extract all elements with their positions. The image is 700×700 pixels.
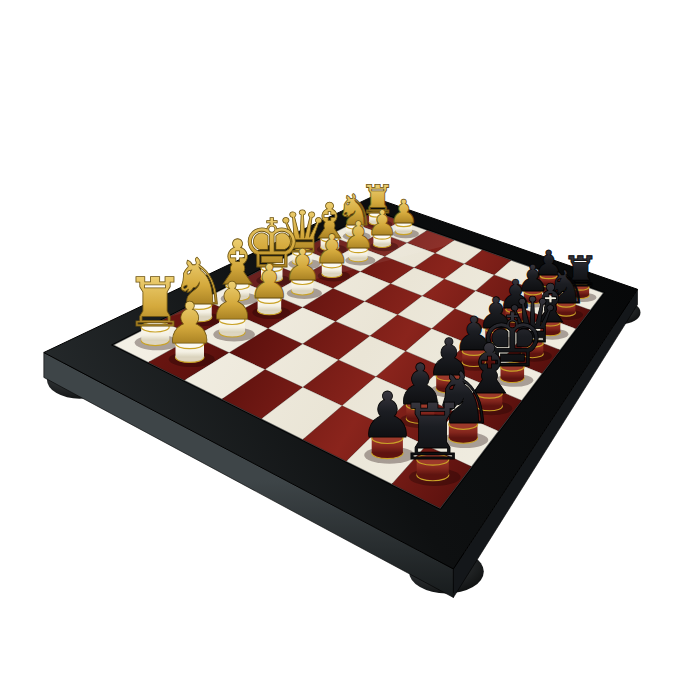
piece-glyph-pawn: ♟ bbox=[164, 290, 215, 357]
piece-glyph-rook: ♜ bbox=[398, 387, 468, 477]
piece-black-rook-h8[interactable]: ♜ bbox=[398, 387, 468, 486]
piece-white-pawn-h2[interactable]: ♟ bbox=[164, 290, 215, 368]
piece-glyph-pawn: ♟ bbox=[209, 271, 256, 331]
chess-set-photo: ♜♟♞♟♝♟♛♟♚♟♟♜♝♟♟♞♞♟♝♟♟♜♛♟♟♚♟♝♟♞♟♜ Luxury … bbox=[0, 0, 700, 700]
chess-scene-canvas: ♜♟♞♟♝♟♛♟♚♟♟♜♝♟♟♞♞♟♝♟♟♜♛♟♟♚♟♝♟♞♟♜ bbox=[0, 0, 700, 700]
